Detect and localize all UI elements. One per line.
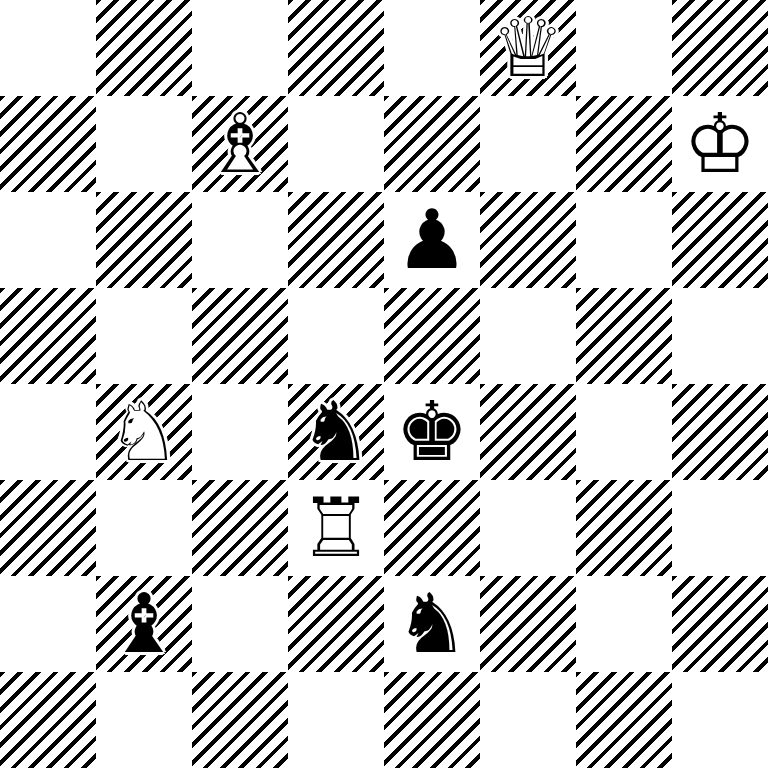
square-e7[interactable] [384,96,480,192]
square-d8[interactable] [288,0,384,96]
square-h7[interactable]: ♚♔ [672,96,768,192]
square-a6[interactable] [0,192,96,288]
square-c2[interactable] [192,576,288,672]
square-f1[interactable] [480,672,576,768]
square-c4[interactable] [192,384,288,480]
square-f6[interactable] [480,192,576,288]
chess-board: ♛♕♝♗♚♔♟♟♞♘♞♞♚♚♜♖♝♝♞♞ [0,0,768,768]
square-e2[interactable]: ♞♞ [384,576,480,672]
square-d4[interactable]: ♞♞ [288,384,384,480]
square-h2[interactable] [672,576,768,672]
square-e8[interactable] [384,0,480,96]
square-e4[interactable]: ♚♚ [384,384,480,480]
square-h6[interactable] [672,192,768,288]
square-f7[interactable] [480,96,576,192]
square-h4[interactable] [672,384,768,480]
square-c3[interactable] [192,480,288,576]
square-h3[interactable] [672,480,768,576]
square-c7[interactable]: ♝♗ [192,96,288,192]
square-a2[interactable] [0,576,96,672]
square-d6[interactable] [288,192,384,288]
square-b3[interactable] [96,480,192,576]
square-b5[interactable] [96,288,192,384]
black-knight-e2[interactable]: ♞ [384,576,480,672]
square-h5[interactable] [672,288,768,384]
black-pawn-e6[interactable]: ♟ [384,192,480,288]
black-bishop-b2[interactable]: ♝ [96,576,192,672]
square-e6[interactable]: ♟♟ [384,192,480,288]
square-e3[interactable] [384,480,480,576]
white-knight-b4[interactable]: ♘ [96,384,192,480]
square-c8[interactable] [192,0,288,96]
square-b8[interactable] [96,0,192,96]
square-a4[interactable] [0,384,96,480]
square-f2[interactable] [480,576,576,672]
white-king-h7[interactable]: ♔ [672,96,768,192]
square-c1[interactable] [192,672,288,768]
white-rook-d3[interactable]: ♖ [288,480,384,576]
square-g4[interactable] [576,384,672,480]
square-c5[interactable] [192,288,288,384]
square-h1[interactable] [672,672,768,768]
square-d3[interactable]: ♜♖ [288,480,384,576]
square-d2[interactable] [288,576,384,672]
square-e1[interactable] [384,672,480,768]
square-h8[interactable] [672,0,768,96]
square-g7[interactable] [576,96,672,192]
square-f8[interactable]: ♛♕ [480,0,576,96]
square-b4[interactable]: ♞♘ [96,384,192,480]
square-g1[interactable] [576,672,672,768]
black-knight-d4[interactable]: ♞ [288,384,384,480]
square-g8[interactable] [576,0,672,96]
square-g3[interactable] [576,480,672,576]
square-f4[interactable] [480,384,576,480]
square-a3[interactable] [0,480,96,576]
square-e5[interactable] [384,288,480,384]
white-bishop-c7[interactable]: ♗ [192,96,288,192]
square-b7[interactable] [96,96,192,192]
square-g2[interactable] [576,576,672,672]
square-d1[interactable] [288,672,384,768]
square-c6[interactable] [192,192,288,288]
square-b2[interactable]: ♝♝ [96,576,192,672]
square-a7[interactable] [0,96,96,192]
black-king-e4[interactable]: ♚ [384,384,480,480]
square-f5[interactable] [480,288,576,384]
square-g5[interactable] [576,288,672,384]
square-b6[interactable] [96,192,192,288]
square-b1[interactable] [96,672,192,768]
square-a8[interactable] [0,0,96,96]
square-a5[interactable] [0,288,96,384]
square-a1[interactable] [0,672,96,768]
square-d5[interactable] [288,288,384,384]
white-queen-f8[interactable]: ♕ [480,0,576,96]
square-d7[interactable] [288,96,384,192]
square-g6[interactable] [576,192,672,288]
square-f3[interactable] [480,480,576,576]
